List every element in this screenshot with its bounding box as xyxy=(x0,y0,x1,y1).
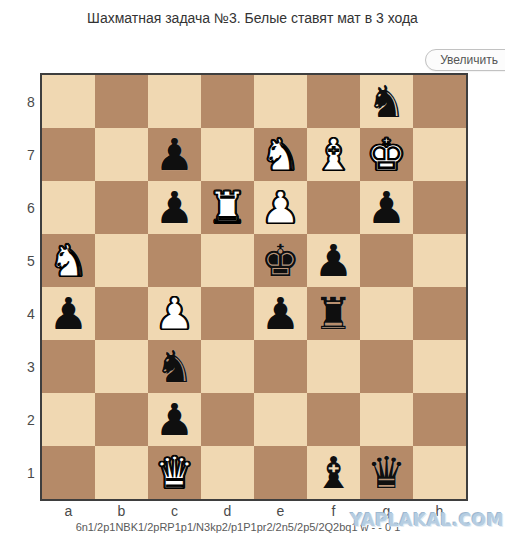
piece-black-pawn: ♟ xyxy=(314,234,353,287)
file-label-b: b xyxy=(95,503,148,519)
piece-black-pawn: ♟ xyxy=(261,287,300,340)
square-c6: ♟ xyxy=(148,181,201,234)
piece-white-pawn: ♟ xyxy=(155,287,194,340)
rank-label-6: 6 xyxy=(22,181,40,234)
piece-black-knight: ♞ xyxy=(367,75,406,128)
square-e8 xyxy=(254,75,307,128)
piece-white-queen: ♛ xyxy=(155,446,194,499)
square-b3 xyxy=(95,340,148,393)
square-d5 xyxy=(201,234,254,287)
square-g6: ♟ xyxy=(360,181,413,234)
piece-white-rook: ♜ xyxy=(208,181,247,234)
square-f1: ♝ xyxy=(307,446,360,499)
square-c2: ♟ xyxy=(148,393,201,446)
square-d7 xyxy=(201,128,254,181)
square-g7: ♚ xyxy=(360,128,413,181)
file-label-e: e xyxy=(254,503,307,519)
rank-label-2: 2 xyxy=(22,393,40,446)
enlarge-button[interactable]: Увеличить xyxy=(425,49,505,71)
rank-label-5: 5 xyxy=(22,234,40,287)
piece-white-knight: ♞ xyxy=(49,234,88,287)
piece-white-bishop: ♝ xyxy=(314,128,353,181)
rank-label-7: 7 xyxy=(22,128,40,181)
piece-black-bishop: ♝ xyxy=(314,446,353,499)
piece-black-king: ♚ xyxy=(261,234,300,287)
piece-white-king: ♚ xyxy=(367,128,406,181)
file-label-a: a xyxy=(42,503,95,519)
square-c8 xyxy=(148,75,201,128)
square-f4: ♜ xyxy=(307,287,360,340)
square-b4 xyxy=(95,287,148,340)
rank-label-1: 1 xyxy=(22,446,40,499)
file-label-c: c xyxy=(148,503,201,519)
square-e5: ♚ xyxy=(254,234,307,287)
square-e3 xyxy=(254,340,307,393)
piece-white-pawn: ♟ xyxy=(261,181,300,234)
chess-board: ♞♟♞♝♚♟♜♟♟♞♚♟♟♟♟♜♞♟♛♝♛ xyxy=(40,73,468,501)
square-e6: ♟ xyxy=(254,181,307,234)
square-a3 xyxy=(42,340,95,393)
square-c1: ♛ xyxy=(148,446,201,499)
piece-black-pawn: ♟ xyxy=(155,393,194,446)
square-d6: ♜ xyxy=(201,181,254,234)
square-h5 xyxy=(413,234,466,287)
piece-black-pawn: ♟ xyxy=(155,128,194,181)
page-title: Шахматная задача №3. Белые ставят мат в … xyxy=(0,10,505,26)
square-c5 xyxy=(148,234,201,287)
square-e1 xyxy=(254,446,307,499)
square-e2 xyxy=(254,393,307,446)
piece-white-knight: ♞ xyxy=(261,128,300,181)
piece-black-rook: ♜ xyxy=(314,287,353,340)
piece-black-queen: ♛ xyxy=(367,446,406,499)
square-g5 xyxy=(360,234,413,287)
square-g2 xyxy=(360,393,413,446)
square-h2 xyxy=(413,393,466,446)
square-d8 xyxy=(201,75,254,128)
square-d3 xyxy=(201,340,254,393)
square-h7 xyxy=(413,128,466,181)
square-f2 xyxy=(307,393,360,446)
square-d1 xyxy=(201,446,254,499)
square-a8 xyxy=(42,75,95,128)
square-b8 xyxy=(95,75,148,128)
square-a2 xyxy=(42,393,95,446)
square-e4: ♟ xyxy=(254,287,307,340)
square-a1 xyxy=(42,446,95,499)
square-h8 xyxy=(413,75,466,128)
square-f5: ♟ xyxy=(307,234,360,287)
piece-black-pawn: ♟ xyxy=(49,287,88,340)
piece-black-knight: ♞ xyxy=(155,340,194,393)
square-f3 xyxy=(307,340,360,393)
square-c3: ♞ xyxy=(148,340,201,393)
square-b6 xyxy=(95,181,148,234)
square-h6 xyxy=(413,181,466,234)
watermark: YAPLAKAL.COM xyxy=(350,510,504,530)
chess-board-area: 87654321 ♞♟♞♝♚♟♜♟♟♞♚♟♟♟♟♜♞♟♛♝♛ xyxy=(22,73,468,501)
piece-black-pawn: ♟ xyxy=(367,181,406,234)
file-label-d: d xyxy=(201,503,254,519)
rank-label-4: 4 xyxy=(22,287,40,340)
square-a7 xyxy=(42,128,95,181)
square-a6 xyxy=(42,181,95,234)
square-f8 xyxy=(307,75,360,128)
square-g4 xyxy=(360,287,413,340)
square-g8: ♞ xyxy=(360,75,413,128)
square-b5 xyxy=(95,234,148,287)
square-h3 xyxy=(413,340,466,393)
square-d2 xyxy=(201,393,254,446)
square-c7: ♟ xyxy=(148,128,201,181)
square-d4 xyxy=(201,287,254,340)
square-g1: ♛ xyxy=(360,446,413,499)
square-h4 xyxy=(413,287,466,340)
rank-label-8: 8 xyxy=(22,75,40,128)
square-a5: ♞ xyxy=(42,234,95,287)
square-h1 xyxy=(413,446,466,499)
square-a4: ♟ xyxy=(42,287,95,340)
square-g3 xyxy=(360,340,413,393)
rank-labels: 87654321 xyxy=(22,73,40,501)
square-c4: ♟ xyxy=(148,287,201,340)
rank-label-3: 3 xyxy=(22,340,40,393)
piece-black-pawn: ♟ xyxy=(155,181,194,234)
square-b7 xyxy=(95,128,148,181)
square-b2 xyxy=(95,393,148,446)
square-b1 xyxy=(95,446,148,499)
square-e7: ♞ xyxy=(254,128,307,181)
square-f7: ♝ xyxy=(307,128,360,181)
square-f6 xyxy=(307,181,360,234)
